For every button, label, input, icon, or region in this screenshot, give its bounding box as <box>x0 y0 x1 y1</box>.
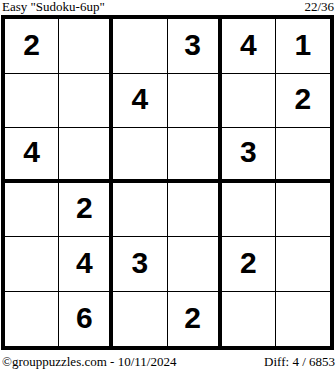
cells-remaining-counter: 22/36 <box>304 0 334 13</box>
cell-r4c4[interactable] <box>168 183 222 238</box>
cell-r2c6[interactable]: 2 <box>276 74 330 129</box>
given-digit: 6 <box>76 303 93 333</box>
cell-r1c6[interactable]: 1 <box>276 19 330 74</box>
given-digit: 2 <box>295 84 312 114</box>
cell-r1c3[interactable] <box>113 19 167 74</box>
cell-r3c6[interactable] <box>276 128 330 183</box>
cell-r6c5[interactable] <box>222 292 276 347</box>
given-digit: 2 <box>184 303 201 333</box>
cell-r2c4[interactable] <box>168 74 222 129</box>
cell-r5c2[interactable]: 4 <box>59 237 113 292</box>
copyright-and-date: ©grouppuzzles.com - 10/11/2024 <box>2 355 176 369</box>
cell-r1c5[interactable]: 4 <box>222 19 276 74</box>
given-digit: 3 <box>132 248 149 278</box>
cell-r6c6[interactable] <box>276 292 330 347</box>
cell-r5c6[interactable] <box>276 237 330 292</box>
cell-r5c4[interactable] <box>168 237 222 292</box>
difficulty-label: Diff: 4 / 6853 <box>264 355 335 369</box>
cell-r6c3[interactable] <box>113 292 167 347</box>
cell-r4c1[interactable] <box>5 183 59 238</box>
cell-r5c1[interactable] <box>5 237 59 292</box>
given-digit: 3 <box>240 137 257 167</box>
cell-r4c6[interactable] <box>276 183 330 238</box>
given-digit: 4 <box>23 137 40 167</box>
cell-r3c1[interactable]: 4 <box>5 128 59 183</box>
cell-r5c5[interactable]: 2 <box>222 237 276 292</box>
cell-r5c3[interactable]: 3 <box>113 237 167 292</box>
page-footer: ©grouppuzzles.com - 10/11/2024 Diff: 4 /… <box>2 353 335 369</box>
cell-r6c2[interactable]: 6 <box>59 292 113 347</box>
cell-r2c3[interactable]: 4 <box>113 74 167 129</box>
given-digit: 4 <box>132 84 149 114</box>
cell-r3c4[interactable] <box>168 128 222 183</box>
cell-r4c5[interactable] <box>222 183 276 238</box>
page-header: Easy "Sudoku-6up" 22/36 <box>2 0 334 14</box>
cell-r1c4[interactable]: 3 <box>168 19 222 74</box>
given-digit: 2 <box>76 193 93 223</box>
cell-r1c2[interactable] <box>59 19 113 74</box>
given-digit: 3 <box>184 30 201 60</box>
given-digit: 1 <box>295 30 312 60</box>
cell-r6c1[interactable] <box>5 292 59 347</box>
cell-r2c5[interactable] <box>222 74 276 129</box>
given-digit: 4 <box>76 248 93 278</box>
cell-r2c1[interactable] <box>5 74 59 129</box>
cell-r2c2[interactable] <box>59 74 113 129</box>
cell-r3c5[interactable]: 3 <box>222 128 276 183</box>
cell-r4c2[interactable]: 2 <box>59 183 113 238</box>
given-digit: 2 <box>23 30 40 60</box>
puzzle-title: Easy "Sudoku-6up" <box>2 0 105 13</box>
given-digit: 4 <box>240 30 257 60</box>
cell-r6c4[interactable]: 2 <box>168 292 222 347</box>
cell-r1c1[interactable]: 2 <box>5 19 59 74</box>
given-digit: 2 <box>240 248 257 278</box>
cell-r3c3[interactable] <box>113 128 167 183</box>
cell-r4c3[interactable] <box>113 183 167 238</box>
sudoku-board: 23414243243262 <box>1 15 334 350</box>
cell-r3c2[interactable] <box>59 128 113 183</box>
